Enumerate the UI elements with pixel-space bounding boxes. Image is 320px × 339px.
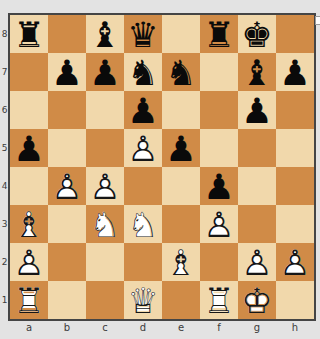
square-c2[interactable] (86, 243, 124, 281)
white-queen-d1[interactable]: ♛♕ (124, 281, 162, 319)
white-rook-f1[interactable]: ♜♖ (200, 281, 238, 319)
file-label-b: b (48, 321, 86, 334)
square-d3[interactable]: ♞♘ (124, 205, 162, 243)
square-b4[interactable]: ♟♙ (48, 167, 86, 205)
black-piece-glyph: ♟ (48, 53, 86, 91)
square-a2[interactable]: ♟♙ (10, 243, 48, 281)
white-pawn-b4[interactable]: ♟♙ (48, 167, 86, 205)
black-piece-glyph: ♜ (200, 15, 238, 53)
white-piece-outline: ♙ (238, 243, 276, 281)
square-e7[interactable]: ♞ (162, 53, 200, 91)
black-piece-glyph: ♟ (276, 53, 314, 91)
black-pawn-e5[interactable]: ♟ (162, 129, 200, 167)
square-h6[interactable] (276, 91, 314, 129)
white-bishop-e2[interactable]: ♝♗ (162, 243, 200, 281)
square-f2[interactable] (200, 243, 238, 281)
black-pawn-b7[interactable]: ♟ (48, 53, 86, 91)
black-pawn-g6[interactable]: ♟ (238, 91, 276, 129)
square-f5[interactable] (200, 129, 238, 167)
square-c8[interactable]: ♝ (86, 15, 124, 53)
file-label-a: a (10, 321, 48, 334)
square-f7[interactable] (200, 53, 238, 91)
black-piece-glyph: ♟ (200, 167, 238, 205)
white-piece-outline: ♘ (124, 205, 162, 243)
square-h5[interactable] (276, 129, 314, 167)
black-bishop-c8[interactable]: ♝ (86, 15, 124, 53)
file-label-g: g (238, 321, 276, 334)
square-b1[interactable] (48, 281, 86, 319)
square-h8[interactable] (276, 15, 314, 53)
square-f4[interactable]: ♟ (200, 167, 238, 205)
white-piece-outline: ♙ (10, 243, 48, 281)
black-piece-glyph: ♝ (86, 15, 124, 53)
square-h7[interactable]: ♟ (276, 53, 314, 91)
file-label-h: h (276, 321, 314, 334)
black-knight-d7[interactable]: ♞ (124, 53, 162, 91)
square-g3[interactable] (238, 205, 276, 243)
square-d8[interactable]: ♛ (124, 15, 162, 53)
square-f1[interactable]: ♜♖ (200, 281, 238, 319)
square-c3[interactable]: ♞♘ (86, 205, 124, 243)
file-labels: abcdefgh (10, 321, 314, 334)
square-g4[interactable] (238, 167, 276, 205)
square-d1[interactable]: ♛♕ (124, 281, 162, 319)
black-piece-glyph: ♛ (124, 15, 162, 53)
white-knight-d3[interactable]: ♞♘ (124, 205, 162, 243)
white-bishop-a3[interactable]: ♝♗ (10, 205, 48, 243)
white-rook-a1[interactable]: ♜♖ (10, 281, 48, 319)
square-c7[interactable]: ♟ (86, 53, 124, 91)
square-b6[interactable] (48, 91, 86, 129)
white-pawn-a2[interactable]: ♟♙ (10, 243, 48, 281)
square-b2[interactable] (48, 243, 86, 281)
square-d2[interactable] (124, 243, 162, 281)
square-a1[interactable]: ♜♖ (10, 281, 48, 319)
black-pawn-c7[interactable]: ♟ (86, 53, 124, 91)
white-pawn-h2[interactable]: ♟♙ (276, 243, 314, 281)
black-queen-d8[interactable]: ♛ (124, 15, 162, 53)
white-piece-outline: ♗ (162, 243, 200, 281)
board: ♜♝♛♜♚♟♟♞♞♝♟♟♟♟♟♙♟♟♙♟♙♟♝♗♞♘♞♘♟♙♟♙♝♗♟♙♟♙♜♖… (8, 13, 316, 321)
square-h1[interactable] (276, 281, 314, 319)
black-piece-glyph: ♚ (238, 15, 276, 53)
black-piece-glyph: ♝ (238, 53, 276, 91)
square-c4[interactable]: ♟♙ (86, 167, 124, 205)
file-label-d: d (124, 321, 162, 334)
black-piece-glyph: ♟ (238, 91, 276, 129)
square-c6[interactable] (86, 91, 124, 129)
black-piece-glyph: ♞ (162, 53, 200, 91)
square-b7[interactable]: ♟ (48, 53, 86, 91)
square-a6[interactable] (10, 91, 48, 129)
black-rook-f8[interactable]: ♜ (200, 15, 238, 53)
square-g1[interactable]: ♚♔ (238, 281, 276, 319)
square-e3[interactable] (162, 205, 200, 243)
black-knight-e7[interactable]: ♞ (162, 53, 200, 91)
square-e4[interactable] (162, 167, 200, 205)
square-c1[interactable] (86, 281, 124, 319)
square-e2[interactable]: ♝♗ (162, 243, 200, 281)
black-pawn-d6[interactable]: ♟ (124, 91, 162, 129)
white-piece-outline: ♙ (86, 167, 124, 205)
square-a5[interactable]: ♟ (10, 129, 48, 167)
square-g7[interactable]: ♝ (238, 53, 276, 91)
black-piece-glyph: ♟ (162, 129, 200, 167)
chess-app-window: 87654321 ♜♝♛♜♚♟♟♞♞♝♟♟♟♟♟♙♟♟♙♟♙♟♝♗♞♘♞♘♟♙♟… (0, 0, 320, 339)
square-a8[interactable]: ♜ (10, 15, 48, 53)
white-piece-outline: ♙ (276, 243, 314, 281)
square-g5[interactable] (238, 129, 276, 167)
square-a3[interactable]: ♝♗ (10, 205, 48, 243)
black-rook-a8[interactable]: ♜ (10, 15, 48, 53)
file-label-c: c (86, 321, 124, 334)
black-piece-glyph: ♞ (124, 53, 162, 91)
square-f6[interactable] (200, 91, 238, 129)
white-piece-outline: ♗ (10, 205, 48, 243)
square-h4[interactable] (276, 167, 314, 205)
black-piece-glyph: ♟ (124, 91, 162, 129)
square-d5[interactable]: ♟♙ (124, 129, 162, 167)
edge-artifact (315, 16, 320, 25)
file-label-f: f (200, 321, 238, 334)
square-e5[interactable]: ♟ (162, 129, 200, 167)
square-f3[interactable]: ♟♙ (200, 205, 238, 243)
white-pawn-g2[interactable]: ♟♙ (238, 243, 276, 281)
black-king-g8[interactable]: ♚ (238, 15, 276, 53)
square-b3[interactable] (48, 205, 86, 243)
square-c5[interactable] (86, 129, 124, 167)
square-g8[interactable]: ♚ (238, 15, 276, 53)
black-pawn-f4[interactable]: ♟ (200, 167, 238, 205)
black-piece-glyph: ♟ (10, 129, 48, 167)
white-pawn-f3[interactable]: ♟♙ (200, 205, 238, 243)
white-piece-outline: ♖ (10, 281, 48, 319)
square-g6[interactable]: ♟ (238, 91, 276, 129)
white-piece-outline: ♙ (48, 167, 86, 205)
black-piece-glyph: ♟ (86, 53, 124, 91)
square-h3[interactable] (276, 205, 314, 243)
black-piece-glyph: ♜ (10, 15, 48, 53)
square-b5[interactable] (48, 129, 86, 167)
square-d6[interactable]: ♟ (124, 91, 162, 129)
file-label-e: e (162, 321, 200, 334)
square-f8[interactable]: ♜ (200, 15, 238, 53)
square-a7[interactable] (10, 53, 48, 91)
white-king-g1[interactable]: ♚♔ (238, 281, 276, 319)
white-piece-outline: ♙ (200, 205, 238, 243)
square-d7[interactable]: ♞ (124, 53, 162, 91)
square-e1[interactable] (162, 281, 200, 319)
black-pawn-h7[interactable]: ♟ (276, 53, 314, 91)
square-b8[interactable] (48, 15, 86, 53)
white-piece-outline: ♖ (200, 281, 238, 319)
white-knight-c3[interactable]: ♞♘ (86, 205, 124, 243)
square-a4[interactable] (10, 167, 48, 205)
square-h2[interactable]: ♟♙ (276, 243, 314, 281)
square-d4[interactable] (124, 167, 162, 205)
white-pawn-c4[interactable]: ♟♙ (86, 167, 124, 205)
white-piece-outline: ♘ (86, 205, 124, 243)
black-pawn-a5[interactable]: ♟ (10, 129, 48, 167)
black-bishop-g7[interactable]: ♝ (238, 53, 276, 91)
square-g2[interactable]: ♟♙ (238, 243, 276, 281)
white-pawn-d5[interactable]: ♟♙ (124, 129, 162, 167)
white-piece-outline: ♔ (238, 281, 276, 319)
white-piece-outline: ♕ (124, 281, 162, 319)
square-e8[interactable] (162, 15, 200, 53)
square-e6[interactable] (162, 91, 200, 129)
white-piece-outline: ♙ (124, 129, 162, 167)
